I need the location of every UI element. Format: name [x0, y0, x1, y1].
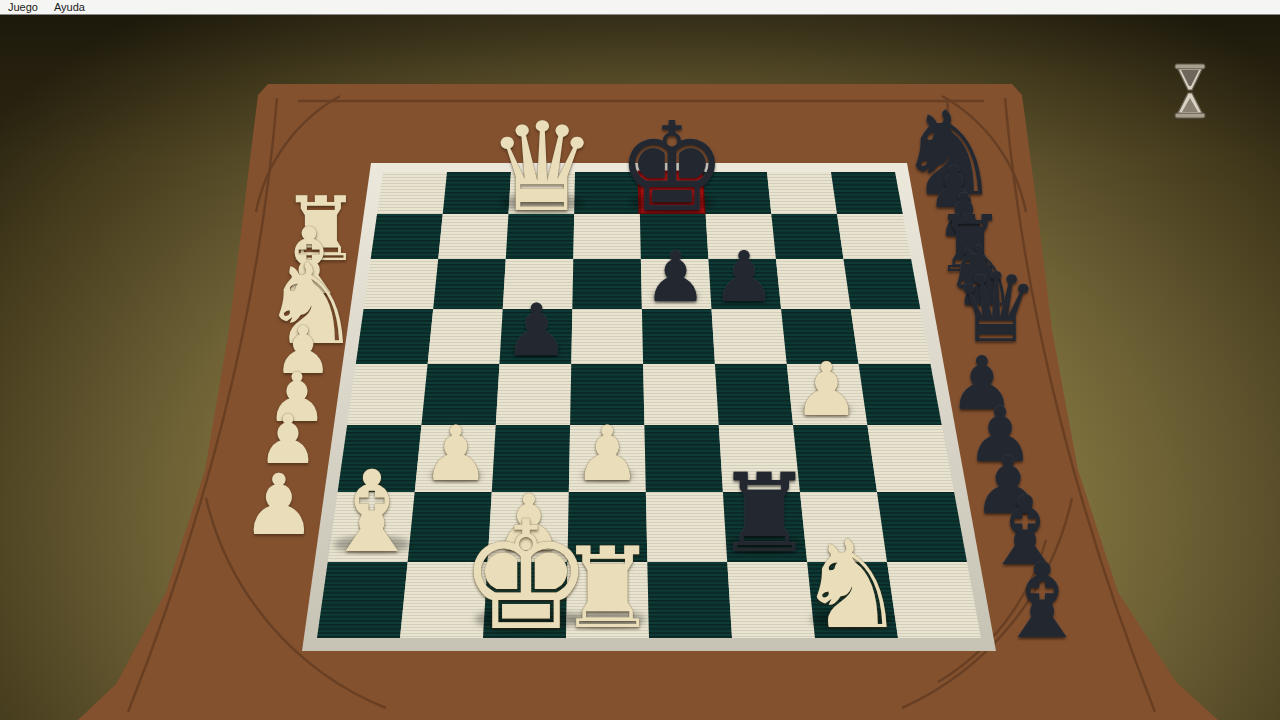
- hourglass-icon: [1168, 62, 1212, 120]
- piece-white-pawn-d3[interactable]: ♟: [569, 416, 645, 492]
- piece-white-bishop-a2[interactable]: ♝: [315, 456, 428, 569]
- piece-black-pawn-e6[interactable]: ♟: [641, 242, 711, 312]
- menu-item-juego[interactable]: Juego: [0, 0, 46, 14]
- piece-black-pawn-f6[interactable]: ♟: [709, 242, 779, 312]
- piece-white-knight-g1[interactable]: ♞: [791, 524, 913, 646]
- piece-black-king-e8[interactable]: ♚: [610, 106, 733, 229]
- piece-white-rook-d1[interactable]: ♜: [551, 532, 663, 644]
- captured-white-pawn-7: ♟: [237, 463, 321, 547]
- piece-white-pawn-g4[interactable]: ♟: [789, 352, 863, 426]
- piece-white-pawn-b3[interactable]: ♟: [418, 416, 494, 492]
- menu-bar: Juego Ayuda: [0, 0, 1280, 15]
- captured-black-bishop-11: ♝: [990, 549, 1094, 653]
- menu-item-ayuda[interactable]: Ayuda: [46, 0, 93, 14]
- piece-white-queen-c8[interactable]: ♛: [481, 106, 604, 229]
- piece-black-pawn-c5[interactable]: ♟: [500, 294, 572, 366]
